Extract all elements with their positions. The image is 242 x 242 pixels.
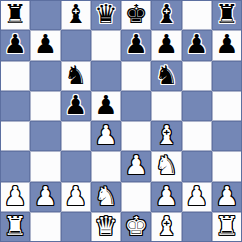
square-d7[interactable]	[91, 30, 121, 60]
square-g3[interactable]	[182, 151, 212, 181]
square-h3[interactable]	[212, 151, 242, 181]
square-b8[interactable]	[30, 0, 60, 30]
square-e8[interactable]: ♚	[121, 0, 151, 30]
square-c1[interactable]	[61, 212, 91, 242]
square-h7[interactable]: ♟	[212, 30, 242, 60]
white-bishop[interactable]: ♝	[155, 122, 178, 148]
square-c4[interactable]	[61, 121, 91, 151]
square-c6[interactable]: ♞	[61, 61, 91, 91]
square-f3[interactable]: ♞	[151, 151, 181, 181]
white-pawn[interactable]: ♟	[185, 183, 208, 209]
square-b5[interactable]	[30, 91, 60, 121]
square-e6[interactable]	[121, 61, 151, 91]
square-g1[interactable]	[182, 212, 212, 242]
black-bishop[interactable]: ♝	[64, 1, 87, 27]
square-h5[interactable]	[212, 91, 242, 121]
square-f6[interactable]: ♞	[151, 61, 181, 91]
white-pawn[interactable]: ♟	[124, 152, 147, 178]
square-a4[interactable]	[0, 121, 30, 151]
square-d4[interactable]: ♟	[91, 121, 121, 151]
square-g6[interactable]	[182, 61, 212, 91]
black-king[interactable]: ♚	[124, 1, 147, 27]
black-pawn[interactable]: ♟	[215, 31, 238, 57]
black-rook[interactable]: ♜	[3, 1, 26, 27]
square-e1[interactable]: ♚	[121, 212, 151, 242]
white-knight[interactable]: ♞	[155, 152, 178, 178]
square-e5[interactable]	[121, 91, 151, 121]
square-c3[interactable]	[61, 151, 91, 181]
square-e3[interactable]: ♟	[121, 151, 151, 181]
square-a2[interactable]: ♟	[0, 182, 30, 212]
black-pawn[interactable]: ♟	[155, 31, 178, 57]
white-rook[interactable]: ♜	[215, 213, 238, 239]
square-d1[interactable]: ♛	[91, 212, 121, 242]
black-pawn[interactable]: ♟	[34, 31, 57, 57]
square-d6[interactable]	[91, 61, 121, 91]
square-c7[interactable]	[61, 30, 91, 60]
square-f4[interactable]: ♝	[151, 121, 181, 151]
white-pawn[interactable]: ♟	[155, 183, 178, 209]
square-b7[interactable]: ♟	[30, 30, 60, 60]
square-a1[interactable]: ♜	[0, 212, 30, 242]
square-f2[interactable]: ♟	[151, 182, 181, 212]
black-queen[interactable]: ♛	[94, 1, 117, 27]
black-bishop[interactable]: ♝	[155, 1, 178, 27]
square-h2[interactable]: ♟	[212, 182, 242, 212]
square-f5[interactable]	[151, 91, 181, 121]
black-pawn[interactable]: ♟	[185, 31, 208, 57]
square-b1[interactable]	[30, 212, 60, 242]
square-g2[interactable]: ♟	[182, 182, 212, 212]
square-b6[interactable]	[30, 61, 60, 91]
square-b2[interactable]: ♟	[30, 182, 60, 212]
square-a5[interactable]	[0, 91, 30, 121]
white-pawn[interactable]: ♟	[215, 183, 238, 209]
white-pawn[interactable]: ♟	[3, 183, 26, 209]
square-a7[interactable]: ♟	[0, 30, 30, 60]
square-b4[interactable]	[30, 121, 60, 151]
square-f1[interactable]: ♝	[151, 212, 181, 242]
square-a3[interactable]	[0, 151, 30, 181]
square-h4[interactable]	[212, 121, 242, 151]
black-pawn[interactable]: ♟	[64, 92, 87, 118]
square-h8[interactable]: ♜	[212, 0, 242, 30]
white-pawn[interactable]: ♟	[94, 122, 117, 148]
square-d3[interactable]	[91, 151, 121, 181]
square-c5[interactable]: ♟	[61, 91, 91, 121]
chess-board: ♜♝♛♚♝♜♟♟♟♟♟♟♞♞♟♟♟♝♟♞♟♟♟♞♟♟♟♜♛♚♝♜	[0, 0, 242, 242]
square-e7[interactable]: ♟	[121, 30, 151, 60]
square-g7[interactable]: ♟	[182, 30, 212, 60]
white-queen[interactable]: ♛	[94, 213, 117, 239]
square-g5[interactable]	[182, 91, 212, 121]
square-h6[interactable]	[212, 61, 242, 91]
white-pawn[interactable]: ♟	[34, 183, 57, 209]
white-king[interactable]: ♚	[124, 213, 147, 239]
square-g8[interactable]	[182, 0, 212, 30]
square-d5[interactable]: ♟	[91, 91, 121, 121]
black-pawn[interactable]: ♟	[94, 92, 117, 118]
black-knight[interactable]: ♞	[155, 62, 178, 88]
white-rook[interactable]: ♜	[3, 213, 26, 239]
square-d8[interactable]: ♛	[91, 0, 121, 30]
white-bishop[interactable]: ♝	[155, 213, 178, 239]
square-a8[interactable]: ♜	[0, 0, 30, 30]
black-rook[interactable]: ♜	[215, 1, 238, 27]
black-knight[interactable]: ♞	[64, 62, 87, 88]
square-a6[interactable]	[0, 61, 30, 91]
square-h1[interactable]: ♜	[212, 212, 242, 242]
black-pawn[interactable]: ♟	[3, 31, 26, 57]
square-e4[interactable]	[121, 121, 151, 151]
square-b3[interactable]	[30, 151, 60, 181]
square-d2[interactable]: ♞	[91, 182, 121, 212]
square-c8[interactable]: ♝	[61, 0, 91, 30]
square-g4[interactable]	[182, 121, 212, 151]
square-f8[interactable]: ♝	[151, 0, 181, 30]
black-pawn[interactable]: ♟	[124, 31, 147, 57]
square-c2[interactable]: ♟	[61, 182, 91, 212]
white-knight[interactable]: ♞	[94, 183, 117, 209]
square-f7[interactable]: ♟	[151, 30, 181, 60]
square-e2[interactable]	[121, 182, 151, 212]
white-pawn[interactable]: ♟	[64, 183, 87, 209]
